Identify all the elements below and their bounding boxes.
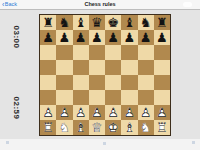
square-d7[interactable]: ♟ (89, 30, 105, 45)
square-g3[interactable] (138, 90, 154, 105)
piece-black-pawn: ♟ (74, 31, 88, 45)
square-g6[interactable] (138, 45, 154, 60)
square-h8[interactable]: ♜ (154, 15, 170, 30)
square-f6[interactable] (121, 45, 137, 60)
piece-white-pawn: ♟♙ (74, 106, 88, 120)
square-b4[interactable] (56, 75, 72, 90)
piece-black-rook: ♜ (155, 16, 169, 30)
square-d8[interactable]: ♛ (89, 15, 105, 30)
square-g4[interactable] (138, 75, 154, 90)
square-b6[interactable] (56, 45, 72, 60)
square-h1[interactable]: ♜♖ (154, 120, 170, 135)
piece-white-pawn: ♟♙ (122, 106, 136, 120)
square-d6[interactable] (89, 45, 105, 60)
piece-black-pawn: ♟ (106, 31, 120, 45)
handle-dot-left (6, 141, 9, 144)
piece-white-king: ♚♔ (106, 121, 120, 135)
white-clock: 02:59 (9, 88, 21, 128)
square-g7[interactable]: ♟ (138, 30, 154, 45)
square-a5[interactable] (40, 60, 56, 75)
navigation-bar: ‹ Back Chess rules (0, 0, 200, 10)
piece-black-pawn: ♟ (122, 31, 136, 45)
square-d5[interactable] (89, 60, 105, 75)
app-screen: ‹ Back Chess rules 03:00 02:59 ♜♞♝♛♚♝♞♜♟… (0, 0, 200, 150)
piece-black-pawn: ♟ (90, 31, 104, 45)
square-c5[interactable] (73, 60, 89, 75)
piece-black-rook: ♜ (41, 16, 55, 30)
square-h7[interactable]: ♟ (154, 30, 170, 45)
piece-black-pawn: ♟ (139, 31, 153, 45)
square-h4[interactable] (154, 75, 170, 90)
square-f5[interactable] (121, 60, 137, 75)
square-b5[interactable] (56, 60, 72, 75)
piece-white-queen: ♛♕ (90, 121, 104, 135)
square-b8[interactable]: ♞ (56, 15, 72, 30)
square-b3[interactable] (56, 90, 72, 105)
page-title: Chess rules (0, 0, 200, 9)
square-h2[interactable]: ♟♙ (154, 105, 170, 120)
square-a7[interactable]: ♟ (40, 30, 56, 45)
piece-black-pawn: ♟ (57, 31, 71, 45)
square-e1[interactable]: ♚♔ (105, 120, 121, 135)
piece-white-pawn: ♟♙ (57, 106, 71, 120)
piece-white-pawn: ♟♙ (90, 106, 104, 120)
square-c4[interactable] (73, 75, 89, 90)
square-a4[interactable] (40, 75, 56, 90)
handle-dot-center (103, 142, 106, 145)
chess-board[interactable]: ♜♞♝♛♚♝♞♜♟♟♟♟♟♟♟♟♟♙♟♙♟♙♟♙♟♙♟♙♟♙♟♙♜♖♞♘♝♗♛♕… (39, 14, 171, 136)
square-f2[interactable]: ♟♙ (121, 105, 137, 120)
piece-black-king: ♚ (106, 16, 120, 30)
square-d1[interactable]: ♛♕ (89, 120, 105, 135)
piece-white-knight: ♞♘ (139, 121, 153, 135)
square-d3[interactable] (89, 90, 105, 105)
piece-white-bishop: ♝♗ (122, 121, 136, 135)
square-c2[interactable]: ♟♙ (73, 105, 89, 120)
square-g8[interactable]: ♞ (138, 15, 154, 30)
piece-black-knight: ♞ (139, 16, 153, 30)
bottom-strip (0, 139, 200, 150)
square-a2[interactable]: ♟♙ (40, 105, 56, 120)
square-e2[interactable]: ♟♙ (105, 105, 121, 120)
square-a1[interactable]: ♜♖ (40, 120, 56, 135)
piece-black-pawn: ♟ (155, 31, 169, 45)
square-e3[interactable] (105, 90, 121, 105)
square-c3[interactable] (73, 90, 89, 105)
piece-white-pawn: ♟♙ (106, 106, 120, 120)
square-h6[interactable] (154, 45, 170, 60)
piece-white-pawn: ♟♙ (139, 106, 153, 120)
square-h5[interactable] (154, 60, 170, 75)
piece-white-rook: ♜♖ (41, 121, 55, 135)
square-g1[interactable]: ♞♘ (138, 120, 154, 135)
square-e5[interactable] (105, 60, 121, 75)
square-e8[interactable]: ♚ (105, 15, 121, 30)
square-b2[interactable]: ♟♙ (56, 105, 72, 120)
piece-white-pawn: ♟♙ (155, 106, 169, 120)
black-clock: 03:00 (9, 17, 21, 57)
piece-white-pawn: ♟♙ (41, 106, 55, 120)
square-f8[interactable]: ♝ (121, 15, 137, 30)
square-c6[interactable] (73, 45, 89, 60)
square-f3[interactable] (121, 90, 137, 105)
square-b7[interactable]: ♟ (56, 30, 72, 45)
square-c8[interactable]: ♝ (73, 15, 89, 30)
square-g5[interactable] (138, 60, 154, 75)
square-a3[interactable] (40, 90, 56, 105)
square-e6[interactable] (105, 45, 121, 60)
square-e4[interactable] (105, 75, 121, 90)
piece-black-queen: ♛ (90, 16, 104, 30)
square-c7[interactable]: ♟ (73, 30, 89, 45)
piece-black-bishop: ♝ (74, 16, 88, 30)
piece-white-knight: ♞♘ (57, 121, 71, 135)
square-g2[interactable]: ♟♙ (138, 105, 154, 120)
navbar-right-placeholder (183, 2, 192, 7)
square-f1[interactable]: ♝♗ (121, 120, 137, 135)
piece-black-bishop: ♝ (122, 16, 136, 30)
square-b1[interactable]: ♞♘ (56, 120, 72, 135)
square-a6[interactable] (40, 45, 56, 60)
piece-white-bishop: ♝♗ (74, 121, 88, 135)
square-f7[interactable]: ♟ (121, 30, 137, 45)
piece-black-pawn: ♟ (41, 31, 55, 45)
square-c1[interactable]: ♝♗ (73, 120, 89, 135)
piece-white-rook: ♜♖ (155, 121, 169, 135)
square-f4[interactable] (121, 75, 137, 90)
square-d4[interactable] (89, 75, 105, 90)
square-d2[interactable]: ♟♙ (89, 105, 105, 120)
handle-dot-right (192, 141, 195, 144)
square-a8[interactable]: ♜ (40, 15, 56, 30)
square-e7[interactable]: ♟ (105, 30, 121, 45)
piece-black-knight: ♞ (57, 16, 71, 30)
square-h3[interactable] (154, 90, 170, 105)
